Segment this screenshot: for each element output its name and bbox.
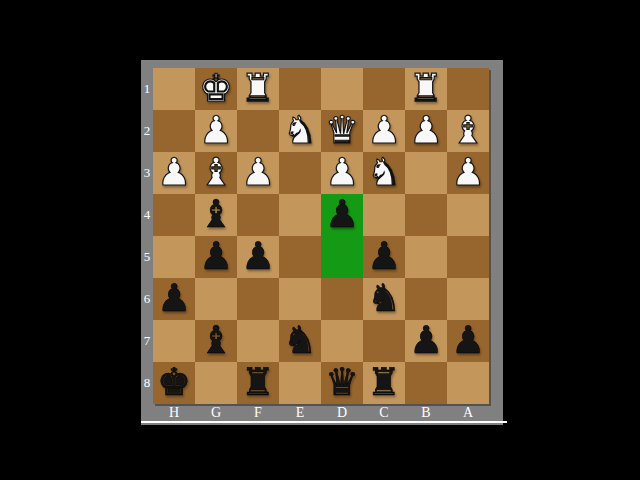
square-f4[interactable] bbox=[237, 194, 279, 236]
rank-label-5: 5 bbox=[141, 236, 153, 278]
rank-label-8: 8 bbox=[141, 362, 153, 404]
black-pawn-g5[interactable]: ♟ bbox=[199, 237, 233, 275]
square-d8[interactable]: ♛ bbox=[321, 362, 363, 404]
square-g2[interactable]: ♟ bbox=[195, 110, 237, 152]
square-b1[interactable]: ♜ bbox=[405, 68, 447, 110]
square-a6[interactable] bbox=[447, 278, 489, 320]
square-b7[interactable]: ♟ bbox=[405, 320, 447, 362]
square-b6[interactable] bbox=[405, 278, 447, 320]
square-e1[interactable] bbox=[279, 68, 321, 110]
square-h2[interactable] bbox=[153, 110, 195, 152]
board-baseline bbox=[141, 421, 507, 425]
square-a5[interactable] bbox=[447, 236, 489, 278]
square-d7[interactable] bbox=[321, 320, 363, 362]
black-pawn-d4[interactable]: ♟ bbox=[325, 195, 359, 233]
rank-labels: 12345678 bbox=[141, 68, 153, 404]
black-knight-e7[interactable]: ♞ bbox=[283, 321, 317, 359]
square-e3[interactable] bbox=[279, 152, 321, 194]
square-d5[interactable] bbox=[321, 236, 363, 278]
file-label-f: F bbox=[237, 404, 279, 421]
rank-label-7: 7 bbox=[141, 320, 153, 362]
square-h6[interactable]: ♟ bbox=[153, 278, 195, 320]
white-pawn-f3[interactable]: ♟ bbox=[241, 153, 275, 191]
white-queen-d2[interactable]: ♛ bbox=[325, 111, 359, 149]
white-rook-f1[interactable]: ♜ bbox=[241, 69, 275, 107]
square-c7[interactable] bbox=[363, 320, 405, 362]
black-bishop-g7[interactable]: ♝ bbox=[199, 321, 233, 359]
white-bishop-a2[interactable]: ♝ bbox=[451, 111, 485, 149]
file-label-b: B bbox=[405, 404, 447, 421]
black-rook-c8[interactable]: ♜ bbox=[367, 363, 401, 401]
square-f2[interactable] bbox=[237, 110, 279, 152]
white-bishop-g3[interactable]: ♝ bbox=[199, 153, 233, 191]
square-a1[interactable] bbox=[447, 68, 489, 110]
square-b2[interactable]: ♟ bbox=[405, 110, 447, 152]
black-knight-c6[interactable]: ♞ bbox=[367, 279, 401, 317]
square-c6[interactable]: ♞ bbox=[363, 278, 405, 320]
square-a3[interactable]: ♟ bbox=[447, 152, 489, 194]
rank-label-2: 2 bbox=[141, 110, 153, 152]
black-queen-d8[interactable]: ♛ bbox=[325, 363, 359, 401]
square-e6[interactable] bbox=[279, 278, 321, 320]
square-f8[interactable]: ♜ bbox=[237, 362, 279, 404]
black-king-h8[interactable]: ♚ bbox=[157, 363, 191, 401]
white-pawn-d3[interactable]: ♟ bbox=[325, 153, 359, 191]
square-d1[interactable] bbox=[321, 68, 363, 110]
square-h3[interactable]: ♟ bbox=[153, 152, 195, 194]
white-pawn-a3[interactable]: ♟ bbox=[451, 153, 485, 191]
square-b4[interactable] bbox=[405, 194, 447, 236]
square-f6[interactable] bbox=[237, 278, 279, 320]
square-g6[interactable] bbox=[195, 278, 237, 320]
black-pawn-a7[interactable]: ♟ bbox=[451, 321, 485, 359]
white-pawn-g2[interactable]: ♟ bbox=[199, 111, 233, 149]
video-frame: 12345678 ♚♜♜♟♞♛♟♟♝♟♝♟♟♞♟♝♟♟♟♟♟♞♝♞♟♟♚♜♛♜ … bbox=[0, 0, 640, 480]
file-label-e: E bbox=[279, 404, 321, 421]
square-g4[interactable]: ♝ bbox=[195, 194, 237, 236]
square-c1[interactable] bbox=[363, 68, 405, 110]
file-label-d: D bbox=[321, 404, 363, 421]
file-labels: HGFEDCBA bbox=[153, 404, 489, 421]
black-rook-f8[interactable]: ♜ bbox=[241, 363, 275, 401]
rank-label-3: 3 bbox=[141, 152, 153, 194]
square-h8[interactable]: ♚ bbox=[153, 362, 195, 404]
square-e8[interactable] bbox=[279, 362, 321, 404]
square-a7[interactable]: ♟ bbox=[447, 320, 489, 362]
white-knight-c3[interactable]: ♞ bbox=[367, 153, 401, 191]
black-bishop-g4[interactable]: ♝ bbox=[199, 195, 233, 233]
square-e2[interactable]: ♞ bbox=[279, 110, 321, 152]
file-label-g: G bbox=[195, 404, 237, 421]
white-pawn-h3[interactable]: ♟ bbox=[157, 153, 191, 191]
square-b3[interactable] bbox=[405, 152, 447, 194]
square-e7[interactable]: ♞ bbox=[279, 320, 321, 362]
black-pawn-f5[interactable]: ♟ bbox=[241, 237, 275, 275]
white-knight-e2[interactable]: ♞ bbox=[283, 111, 317, 149]
black-pawn-h6[interactable]: ♟ bbox=[157, 279, 191, 317]
square-d4[interactable]: ♟ bbox=[321, 194, 363, 236]
file-label-h: H bbox=[153, 404, 195, 421]
white-pawn-b2[interactable]: ♟ bbox=[409, 111, 443, 149]
square-c3[interactable]: ♞ bbox=[363, 152, 405, 194]
square-e5[interactable] bbox=[279, 236, 321, 278]
square-g5[interactable]: ♟ bbox=[195, 236, 237, 278]
white-king-g1[interactable]: ♚ bbox=[199, 69, 233, 107]
square-f1[interactable]: ♜ bbox=[237, 68, 279, 110]
square-c5[interactable]: ♟ bbox=[363, 236, 405, 278]
square-h7[interactable] bbox=[153, 320, 195, 362]
chess-board[interactable]: ♚♜♜♟♞♛♟♟♝♟♝♟♟♞♟♝♟♟♟♟♟♞♝♞♟♟♚♜♛♜ bbox=[153, 68, 489, 404]
white-rook-b1[interactable]: ♜ bbox=[409, 69, 443, 107]
square-d6[interactable] bbox=[321, 278, 363, 320]
square-d2[interactable]: ♛ bbox=[321, 110, 363, 152]
square-h1[interactable] bbox=[153, 68, 195, 110]
file-label-c: C bbox=[363, 404, 405, 421]
square-b5[interactable] bbox=[405, 236, 447, 278]
file-label-a: A bbox=[447, 404, 489, 421]
square-g7[interactable]: ♝ bbox=[195, 320, 237, 362]
square-c4[interactable] bbox=[363, 194, 405, 236]
chess-board-frame: 12345678 ♚♜♜♟♞♛♟♟♝♟♝♟♟♞♟♝♟♟♟♟♟♞♝♞♟♟♚♜♛♜ … bbox=[141, 60, 503, 425]
square-g8[interactable] bbox=[195, 362, 237, 404]
rank-label-6: 6 bbox=[141, 278, 153, 320]
square-g3[interactable]: ♝ bbox=[195, 152, 237, 194]
square-f5[interactable]: ♟ bbox=[237, 236, 279, 278]
square-a4[interactable] bbox=[447, 194, 489, 236]
white-pawn-c2[interactable]: ♟ bbox=[367, 111, 401, 149]
black-pawn-c5[interactable]: ♟ bbox=[367, 237, 401, 275]
square-f3[interactable]: ♟ bbox=[237, 152, 279, 194]
square-h5[interactable] bbox=[153, 236, 195, 278]
square-a2[interactable]: ♝ bbox=[447, 110, 489, 152]
square-g1[interactable]: ♚ bbox=[195, 68, 237, 110]
square-b8[interactable] bbox=[405, 362, 447, 404]
rank-label-4: 4 bbox=[141, 194, 153, 236]
rank-label-1: 1 bbox=[141, 68, 153, 110]
square-d3[interactable]: ♟ bbox=[321, 152, 363, 194]
square-a8[interactable] bbox=[447, 362, 489, 404]
square-h4[interactable] bbox=[153, 194, 195, 236]
square-c2[interactable]: ♟ bbox=[363, 110, 405, 152]
square-c8[interactable]: ♜ bbox=[363, 362, 405, 404]
black-pawn-b7[interactable]: ♟ bbox=[409, 321, 443, 359]
square-f7[interactable] bbox=[237, 320, 279, 362]
square-e4[interactable] bbox=[279, 194, 321, 236]
